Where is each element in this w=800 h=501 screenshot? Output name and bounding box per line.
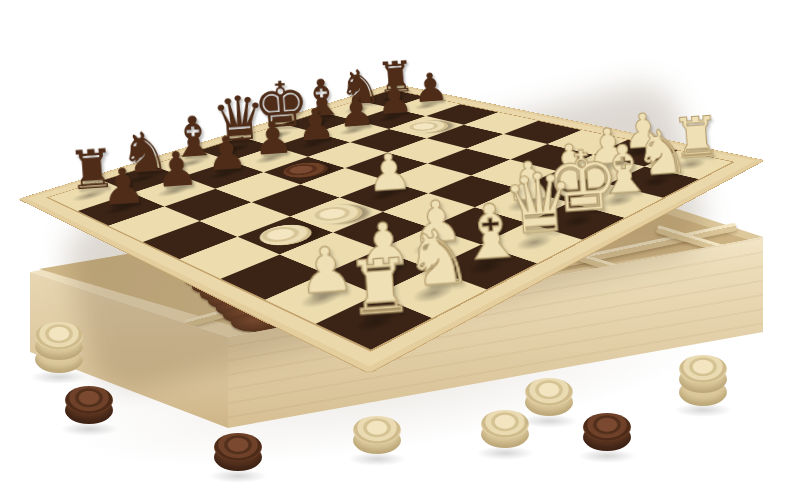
- checker-shadow: [578, 449, 636, 463]
- checker-shadow: [520, 414, 578, 428]
- checker-top-face: [35, 322, 83, 350]
- checker-shadow: [348, 452, 406, 466]
- checker-top-face: [65, 386, 113, 414]
- checker-top-face: [679, 355, 727, 383]
- board-perspective-wrap: ♜♞♝♛♚♝♞♜♟♟♟♟♟♟♟♟♟♟♟♟♟♟♟♟♜♞♝♛♚♝♞♜: [102, 0, 668, 463]
- checker-shadow: [60, 422, 118, 436]
- dark-pawn[interactable]: ♟: [76, 158, 172, 214]
- chess-board[interactable]: ♜♞♝♛♚♝♞♜♟♟♟♟♟♟♟♟♟♟♟♟♟♟♟♟♜♞♝♛♚♝♞♜: [18, 83, 766, 374]
- checker-top-face: [214, 433, 262, 461]
- checker-shadow: [209, 469, 267, 483]
- light-rook[interactable]: ♜: [316, 246, 445, 329]
- chess-pieces: ♜♞♝♛♚♝♞♜♟♟♟♟♟♟♟♟♟♟♟♟♟♟♟♟♜♞♝♛♚♝♞♜: [49, 90, 732, 350]
- product-photo-scene: ♜♞♝♛♚♝♞♜♟♟♟♟♟♟♟♟♟♟♟♟♟♟♟♟♜♞♝♛♚♝♞♜: [0, 0, 800, 501]
- checker-top-face: [583, 413, 631, 441]
- checker-top-face: [481, 410, 529, 438]
- checker-top-face: [353, 416, 401, 444]
- checker-top-face: [525, 378, 573, 406]
- checker-shadow: [476, 446, 534, 460]
